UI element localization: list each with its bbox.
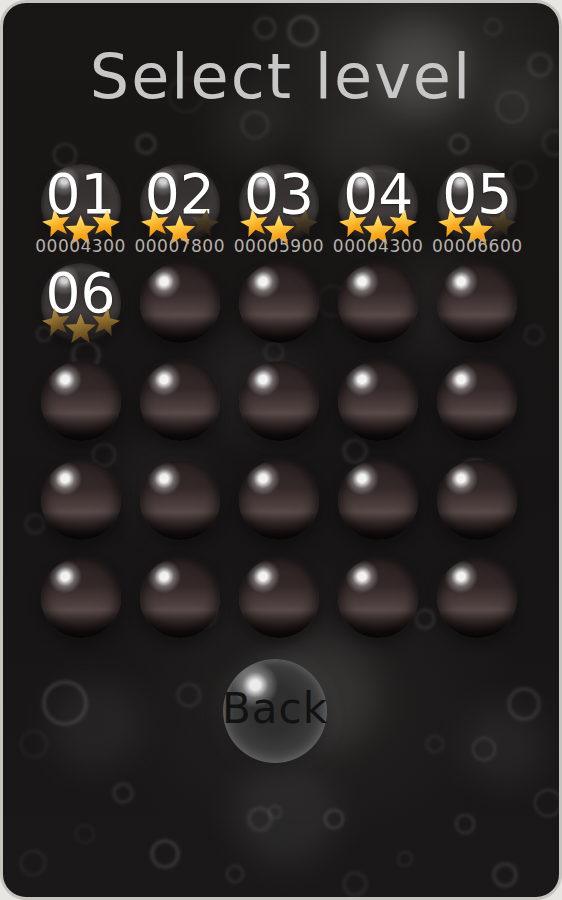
level-bubble-locked[interactable] [239,361,319,441]
level-cell [329,458,428,557]
level-cell [329,556,428,655]
level-cell [428,261,527,360]
level-bubble-locked[interactable] [140,558,220,638]
app-screen: Select level 010000430002000078000300005… [0,0,562,900]
level-bubble-05[interactable]: 05 [437,164,517,244]
level-bubble-locked[interactable] [437,558,517,638]
level-cell: 06 [31,261,130,360]
level-bubble-locked[interactable] [437,263,517,343]
back-button[interactable]: Back [223,659,327,763]
level-cell [31,556,130,655]
level-bubble-locked[interactable] [338,460,418,540]
level-bubble-locked[interactable] [239,558,319,638]
level-cell [130,556,229,655]
level-bubble-locked[interactable] [239,460,319,540]
level-bubble-locked[interactable] [338,361,418,441]
level-grid: 0100004300020000780003000059000400004300… [31,162,527,655]
level-cell: 0400004300 [329,162,428,261]
level-cell [428,556,527,655]
level-cell [130,261,229,360]
level-bubble-locked[interactable] [437,460,517,540]
level-bubble-locked[interactable] [239,263,319,343]
level-score: 00006600 [422,236,533,256]
level-cell [428,359,527,458]
back-button-label: Back [222,684,328,733]
level-cell [130,359,229,458]
level-cell: 0500006600 [428,162,527,261]
level-cell: 0300005900 [229,162,328,261]
level-bubble-locked[interactable] [41,558,121,638]
level-cell [229,261,328,360]
level-bubble-locked[interactable] [140,361,220,441]
level-cell [130,458,229,557]
level-score: 00005900 [223,236,334,256]
level-bubble-01[interactable]: 01 [41,164,121,244]
level-bubble-03[interactable]: 03 [239,164,319,244]
level-bubble-02[interactable]: 02 [140,164,220,244]
level-bubble-04[interactable]: 04 [338,164,418,244]
level-bubble-locked[interactable] [41,361,121,441]
level-score: 00004300 [25,236,136,256]
level-cell [229,359,328,458]
level-cell [329,261,428,360]
level-cell [31,458,130,557]
level-bubble-locked[interactable] [338,263,418,343]
level-bubble-locked[interactable] [140,460,220,540]
level-cell [31,359,130,458]
level-cell [229,458,328,557]
level-score: 00004300 [323,236,434,256]
level-cell: 0100004300 [31,162,130,261]
level-cell [329,359,428,458]
level-score: 00007800 [124,236,235,256]
level-bubble-locked[interactable] [338,558,418,638]
page-title: Select level [3,37,559,118]
level-cell [428,458,527,557]
level-bubble-locked[interactable] [41,460,121,540]
level-bubble-locked[interactable] [437,361,517,441]
level-cell: 0200007800 [130,162,229,261]
level-bubble-locked[interactable] [140,263,220,343]
level-bubble-06[interactable]: 06 [41,263,121,343]
level-cell [229,556,328,655]
